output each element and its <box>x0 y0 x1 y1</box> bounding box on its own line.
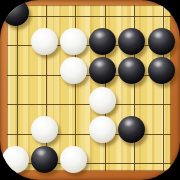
black-stone <box>89 28 116 55</box>
white-stone <box>31 28 58 55</box>
white-stone <box>31 116 58 143</box>
black-stone <box>118 57 145 84</box>
black-stone <box>89 57 116 84</box>
white-stone <box>89 87 116 114</box>
black-stone <box>2 0 29 26</box>
grid-line-horizontal <box>7 16 171 17</box>
black-stone <box>148 28 175 55</box>
black-stone <box>118 116 145 143</box>
white-stone <box>89 116 116 143</box>
black-stone <box>31 146 58 173</box>
white-stone <box>60 146 87 173</box>
white-stone <box>60 57 87 84</box>
white-stone <box>60 28 87 55</box>
go-app-icon[interactable] <box>0 0 180 180</box>
black-stone <box>118 28 145 55</box>
go-board <box>7 5 171 171</box>
white-stone <box>2 146 29 173</box>
black-stone <box>148 57 175 84</box>
